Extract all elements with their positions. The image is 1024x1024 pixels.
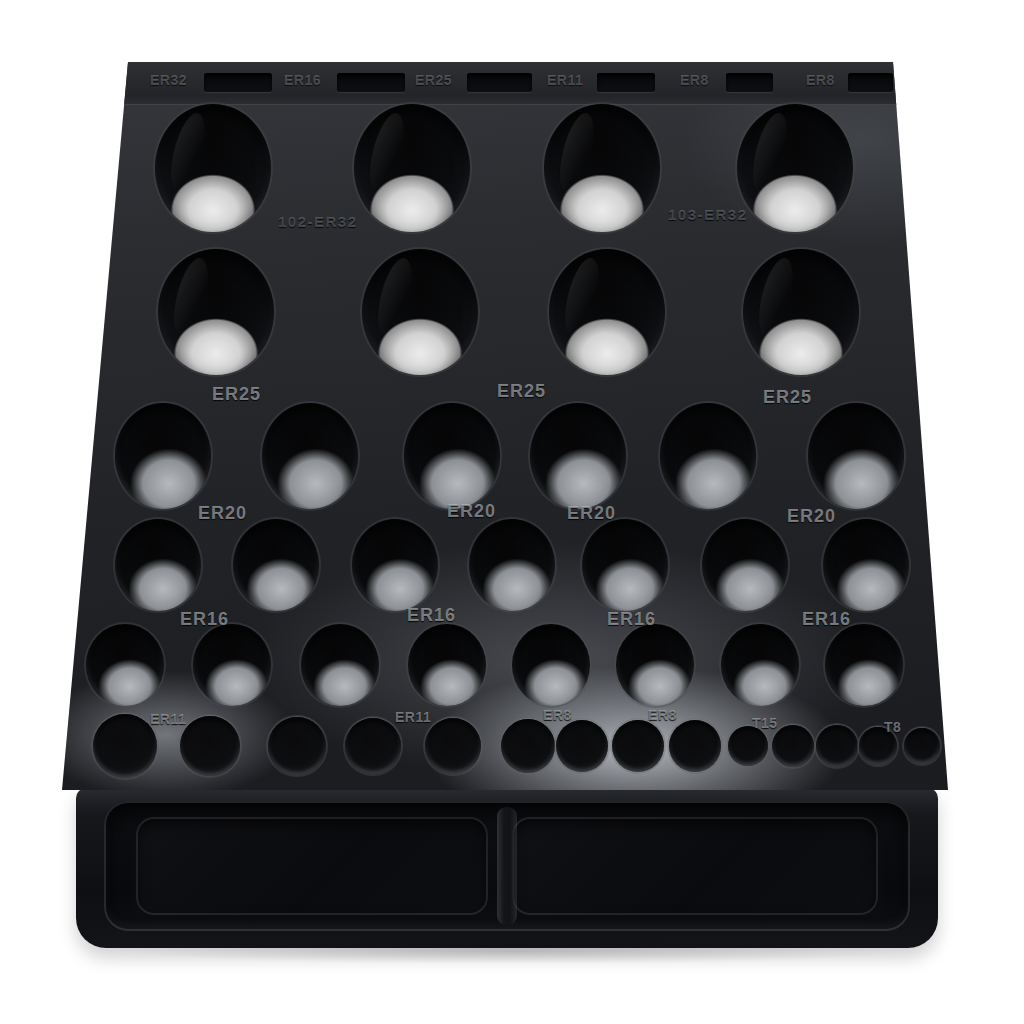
- engraving-103-er32-2: 103-ER32: [668, 206, 748, 223]
- row-4-er20-hole-6: [702, 519, 788, 611]
- row-4-er20-hole-7: [823, 519, 909, 611]
- row-3-er25-hole-1: [115, 403, 211, 509]
- engraving-er11-14: ER11: [150, 711, 186, 727]
- row-6-small-hole-2: [180, 716, 240, 776]
- row-3-er25-hole-3: [404, 403, 500, 509]
- engraving-er25-3: ER25: [212, 384, 261, 405]
- row-4-er20-hole-2: [233, 519, 319, 611]
- row-6-small-hole-4: [345, 718, 401, 774]
- row-2-large-hole-4: [743, 249, 859, 375]
- wrench-slot-3: [467, 73, 532, 92]
- engraving-er20-9: ER20: [787, 506, 836, 527]
- slot-label-2: ER16: [284, 72, 321, 88]
- row-4-er20-hole-4: [469, 519, 555, 611]
- row-1-large-hole-2: [354, 104, 470, 232]
- engraving-t8-19: T8: [884, 719, 901, 735]
- engraving-er20-7: ER20: [447, 501, 496, 522]
- row-3-er25-hole-6: [808, 403, 904, 509]
- engraving-er25-5: ER25: [763, 387, 812, 408]
- row-4-er20-hole-3: [352, 519, 438, 611]
- row-5-er16-hole-2: [193, 624, 271, 706]
- row-5-er16-hole-5: [512, 624, 590, 706]
- engraving-er20-8: ER20: [567, 503, 616, 524]
- row-6-small-hole-10: [728, 726, 768, 766]
- slot-label-5: ER8: [680, 72, 709, 88]
- drawer-recess: [104, 801, 910, 931]
- row-5-er16-hole-6: [616, 624, 694, 706]
- row-2-large-hole-1: [158, 249, 274, 375]
- row-5-er16-hole-1: [86, 624, 164, 706]
- row-1-large-hole-3: [544, 104, 660, 232]
- row-6-small-hole-11: [772, 725, 814, 767]
- wrench-slot-1: [204, 73, 272, 92]
- engraving-er16-12: ER16: [607, 609, 656, 630]
- ground-shadow: [120, 938, 910, 964]
- wrench-slot-5: [726, 73, 773, 92]
- drawer-compartment-right: [512, 817, 878, 915]
- row-3-er25-hole-4: [530, 403, 626, 509]
- engraving-er16-11: ER16: [407, 605, 456, 626]
- slot-label-6: ER8: [806, 72, 835, 88]
- row-6-small-hole-14: [904, 728, 940, 764]
- engraving-102-er32-1: 102-ER32: [278, 213, 358, 230]
- row-6-small-hole-7: [556, 720, 608, 772]
- drawer: [76, 788, 938, 948]
- row-4-er20-hole-5: [582, 519, 668, 611]
- slot-label-4: ER11: [547, 72, 583, 88]
- engraving-er8-16: ER8: [543, 707, 572, 723]
- wrench-slot-strip: ER32ER16ER25ER11ER8ER8: [0, 62, 1024, 105]
- wrench-slot-2: [337, 73, 405, 92]
- engraving-t15-18: T15: [752, 715, 778, 731]
- engraving-er11-15: ER11: [395, 709, 431, 725]
- row-2-large-hole-2: [362, 249, 478, 375]
- engraving-er25-4: ER25: [497, 381, 546, 402]
- row-4-er20-hole-1: [115, 519, 201, 611]
- row-3-er25-hole-2: [262, 403, 358, 509]
- row-6-small-hole-6: [501, 719, 555, 773]
- row-1-large-hole-1: [155, 104, 271, 232]
- row-5-er16-hole-8: [825, 624, 903, 706]
- row-6-small-hole-3: [268, 717, 326, 775]
- engraving-er16-13: ER16: [802, 609, 851, 630]
- row-2-large-hole-3: [549, 249, 665, 375]
- row-3-er25-hole-5: [660, 403, 756, 509]
- row-6-small-hole-9: [669, 720, 721, 772]
- product-photo: ER32ER16ER25ER11ER8ER8 102-ER32103-ER32E…: [0, 0, 1024, 1024]
- wrench-slot-6: [848, 73, 893, 92]
- row-5-er16-hole-3: [301, 624, 379, 706]
- slot-label-1: ER32: [150, 72, 187, 88]
- engraving-er16-10: ER16: [180, 609, 229, 630]
- slot-label-3: ER25: [415, 72, 452, 88]
- engraving-er20-6: ER20: [198, 503, 247, 524]
- row-6-small-hole-12: [816, 725, 858, 767]
- wrench-slot-4: [597, 73, 655, 92]
- row-6-small-hole-5: [425, 718, 481, 774]
- drawer-compartment-left: [136, 817, 488, 915]
- row-1-large-hole-4: [737, 104, 853, 232]
- row-5-er16-hole-4: [408, 624, 486, 706]
- row-6-small-hole-1: [93, 714, 157, 778]
- row-5-er16-hole-7: [721, 624, 799, 706]
- drawer-divider: [497, 807, 517, 925]
- row-6-small-hole-8: [612, 720, 664, 772]
- engraving-er8-17: ER8: [648, 707, 677, 723]
